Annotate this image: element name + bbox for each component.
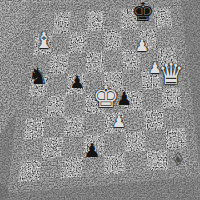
piece-white-pawn-e3[interactable]: ♟ [112,114,126,130]
square-b3[interactable] [43,116,65,138]
square-d8[interactable] [87,10,104,32]
square-h8[interactable] [154,7,173,28]
square-c4[interactable] [65,94,85,116]
piece-black-pawn-c5[interactable]: ♟ [69,74,84,91]
square-c8[interactable] [70,11,88,33]
piece-black-knight-a5[interactable]: ♞ [28,65,49,88]
square-f2[interactable] [124,131,146,153]
square-g3[interactable] [143,109,165,131]
square-a2[interactable] [21,138,44,161]
square-e8[interactable] [104,9,121,30]
square-g1[interactable] [146,150,169,172]
square-f3[interactable] [124,110,145,132]
square-c2[interactable] [62,135,84,157]
logo-knight-icon: ♞ [175,155,182,164]
square-b5[interactable] [47,74,67,96]
piece-black-king-g8[interactable]: ♚ [131,0,154,25]
square-h7[interactable] [155,27,175,48]
square-e2[interactable] [104,132,125,154]
square-a1[interactable] [18,159,41,182]
piece-white-queen-h5[interactable]: ♛ [158,60,184,89]
square-f1[interactable] [125,151,147,173]
square-c7[interactable] [69,32,87,54]
piece-black-pawn-f4[interactable]: ♟ [116,90,132,108]
maker-logo: ♞ [174,152,183,165]
square-b1[interactable] [40,158,63,181]
square-h2[interactable] [165,128,188,150]
square-e1[interactable] [104,153,126,175]
square-h3[interactable] [163,108,185,130]
square-b4[interactable] [45,95,66,117]
square-e7[interactable] [104,30,122,52]
square-c1[interactable] [61,156,83,179]
square-b2[interactable] [41,137,63,160]
piece-white-pawn-g7[interactable]: ♟ [135,38,149,54]
square-b6[interactable] [49,53,69,75]
square-e6[interactable] [104,50,122,72]
square-d3[interactable] [84,113,104,135]
square-g4[interactable] [142,89,163,111]
square-c6[interactable] [67,52,86,74]
square-c3[interactable] [64,115,85,137]
square-b8[interactable] [53,12,71,34]
square-a3[interactable] [23,117,45,140]
photo-chess-scene: ♞ ♚♟♝♞♟♟♛♚♟♟♟ [0,0,200,200]
piece-white-bishop-a7[interactable]: ♝ [34,30,54,52]
square-d7[interactable] [86,31,104,53]
piece-black-pawn-d2[interactable]: ♟ [83,141,100,160]
square-d6[interactable] [86,51,104,73]
square-g2[interactable] [145,129,167,151]
square-a4[interactable] [26,96,48,118]
